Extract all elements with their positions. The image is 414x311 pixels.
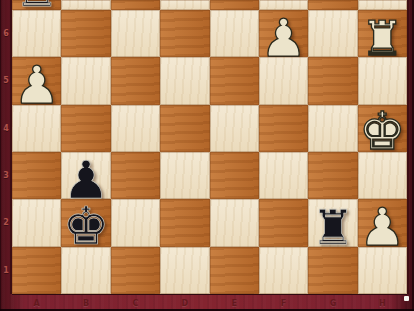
square-a7[interactable]: ♜ (12, 0, 61, 10)
square-b6[interactable] (61, 10, 110, 57)
square-e4[interactable] (210, 105, 259, 152)
square-a3[interactable] (12, 152, 61, 199)
square-g3[interactable] (308, 152, 357, 199)
rank-label-2: 2 (0, 199, 12, 246)
square-g2[interactable]: ♜ (308, 199, 357, 246)
square-g1[interactable] (308, 247, 357, 294)
square-c4[interactable] (111, 105, 160, 152)
square-b5[interactable] (61, 57, 110, 104)
rank-label-5: 5 (0, 57, 12, 104)
square-h1[interactable] (358, 247, 407, 294)
square-g6[interactable] (308, 10, 357, 57)
square-e3[interactable] (210, 152, 259, 199)
rank-label-1: 1 (0, 247, 12, 294)
white-pawn-f6[interactable]: ♟ (260, 12, 307, 64)
square-a6[interactable] (12, 10, 61, 57)
square-h4[interactable]: ♚ (358, 105, 407, 152)
square-h6[interactable]: ♜ (358, 10, 407, 57)
white-king-h4[interactable]: ♚ (359, 105, 406, 157)
square-h5[interactable] (358, 57, 407, 104)
square-d6[interactable] (160, 10, 209, 57)
white-rook-h6[interactable]: ♜ (361, 14, 404, 62)
square-d4[interactable] (160, 105, 209, 152)
square-f1[interactable] (259, 247, 308, 294)
square-e7[interactable] (210, 0, 259, 10)
chess-diagram: ♜♟♜♟♚♟♚♜♟ 654321 ABCDEFGH (0, 0, 414, 311)
square-f6[interactable]: ♟ (259, 10, 308, 57)
resize-handle-dot (404, 296, 409, 301)
square-d5[interactable] (160, 57, 209, 104)
square-h3[interactable] (358, 152, 407, 199)
white-pawn-a5[interactable]: ♟ (13, 59, 60, 111)
square-g5[interactable] (308, 57, 357, 104)
square-a4[interactable] (12, 105, 61, 152)
square-b7[interactable] (61, 0, 110, 10)
black-king-b2[interactable]: ♚ (63, 200, 110, 252)
square-c3[interactable] (111, 152, 160, 199)
square-a2[interactable] (12, 199, 61, 246)
white-pawn-h2[interactable]: ♟ (359, 201, 406, 253)
square-e5[interactable] (210, 57, 259, 104)
chess-board: ♜♟♜♟♚♟♚♜♟ (10, 0, 409, 294)
frame-edge-left (0, 0, 1, 311)
square-d1[interactable] (160, 247, 209, 294)
square-f2[interactable] (259, 199, 308, 246)
square-d2[interactable] (160, 199, 209, 246)
square-f3[interactable] (259, 152, 308, 199)
rank-label-4: 4 (0, 105, 12, 152)
square-c5[interactable] (111, 57, 160, 104)
square-d7[interactable] (160, 0, 209, 10)
black-rook-a7[interactable]: ♜ (14, 0, 59, 10)
square-c6[interactable] (111, 10, 160, 57)
square-b4[interactable] (61, 105, 110, 152)
square-h7[interactable] (358, 0, 407, 10)
square-a1[interactable] (12, 247, 61, 294)
rank-labels: 654321 (0, 10, 12, 294)
rank-label-6: 6 (0, 10, 12, 57)
square-f4[interactable] (259, 105, 308, 152)
square-g4[interactable] (308, 105, 357, 152)
square-d3[interactable] (160, 152, 209, 199)
black-rook-g2[interactable]: ♜ (311, 203, 354, 251)
square-c1[interactable] (111, 247, 160, 294)
square-c2[interactable] (111, 199, 160, 246)
square-c7[interactable] (111, 0, 160, 10)
square-b3[interactable]: ♟ (61, 152, 110, 199)
square-e1[interactable] (210, 247, 259, 294)
square-g7[interactable] (308, 0, 357, 10)
square-f5[interactable] (259, 57, 308, 104)
square-b1[interactable] (61, 247, 110, 294)
square-h2[interactable]: ♟ (358, 199, 407, 246)
square-e6[interactable] (210, 10, 259, 57)
square-b2[interactable]: ♚ (61, 199, 110, 246)
square-e2[interactable] (210, 199, 259, 246)
rank-label-3: 3 (0, 152, 12, 199)
square-a5[interactable]: ♟ (12, 57, 61, 104)
